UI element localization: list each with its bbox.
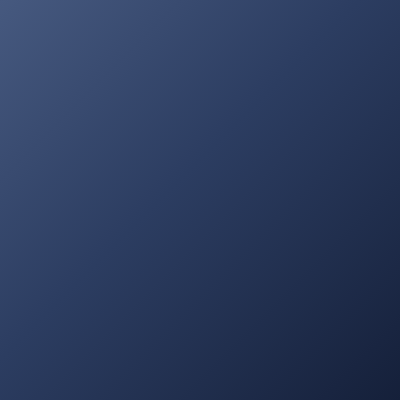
- board-frame: [0, 0, 400, 400]
- chess-board: [8, 8, 392, 392]
